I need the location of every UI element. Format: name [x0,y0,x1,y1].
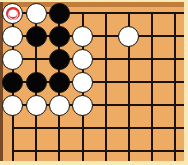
board-point-r4c2[interactable]: ● [25,71,48,94]
grid-line-horizontal [13,150,25,152]
grid-line-vertical [35,48,37,71]
go-board: ○○●○●●○○○●○●●●○○○○○ [1,2,187,162]
grid-line-vertical [35,116,37,139]
grid-line-vertical [174,71,176,94]
board-point-r4c6[interactable] [117,71,140,94]
stone-glyph: ○ [31,99,42,112]
board-point-r7c4[interactable] [71,139,94,162]
black-stone: ● [26,72,47,93]
board-point-r2c6[interactable]: ○ [117,25,140,48]
grid-line-vertical [174,48,176,71]
board-point-r6c5[interactable] [94,116,117,139]
board-point-r3c6[interactable] [117,48,140,71]
board-point-r7c2[interactable] [25,139,48,162]
grid-line-vertical [151,116,153,139]
grid-line-vertical [105,48,107,71]
stone-glyph: ● [54,76,65,89]
stone-glyph: ○ [31,7,42,20]
board-point-r3c1[interactable]: ○ [1,48,24,71]
board-point-r5c6[interactable] [117,94,140,117]
grid-line-vertical [174,116,176,139]
grid-line-vertical [128,94,130,117]
white-stone: ○ [72,49,93,70]
board-point-r5c5[interactable] [94,94,117,117]
stone-glyph: ○ [7,53,18,66]
black-stone: ● [49,26,70,47]
board-point-r2c7[interactable] [141,25,164,48]
grid-line-vertical [82,139,84,162]
grid-line-horizontal [13,127,25,129]
board-point-r3c4[interactable]: ○ [71,48,94,71]
stone-glyph: ○ [123,30,134,43]
board-point-r4c5[interactable] [94,71,117,94]
board-point-r4c1[interactable]: ● [1,71,24,94]
white-stone: ○ [2,3,23,24]
board-point-r6c4[interactable] [71,116,94,139]
grid-line-vertical [58,139,60,162]
grid-line-vertical [105,139,107,162]
grid-line-vertical [174,13,176,24]
black-stone: ● [2,72,23,93]
stone-glyph: ○ [7,30,18,43]
board-outer-margin-right [184,0,188,165]
stone-glyph: ○ [54,99,65,112]
grid-line-vertical [128,139,130,162]
white-stone: ○ [26,95,47,116]
white-stone: ○ [72,26,93,47]
board-point-r6c6[interactable] [117,116,140,139]
grid-line-vertical [151,25,153,48]
grid-line-vertical [105,25,107,48]
board-point-r7c6[interactable] [117,139,140,162]
grid-line-vertical [174,25,176,48]
grid-line-vertical [128,71,130,94]
grid-line-vertical [128,48,130,71]
grid-line-vertical [151,139,153,162]
grid-line-vertical [174,94,176,117]
black-stone: ● [49,72,70,93]
stone-glyph: ● [54,53,65,66]
board-point-r2c1[interactable]: ○ [1,25,24,48]
white-stone: ○ [2,49,23,70]
grid-line-vertical [105,13,107,24]
board-point-r2c2[interactable]: ● [25,25,48,48]
board-point-r5c7[interactable] [141,94,164,117]
grid-line-vertical [82,116,84,139]
board-point-r5c2[interactable]: ○ [25,94,48,117]
stone-glyph: ○ [7,99,18,112]
board-point-r6c1[interactable] [1,116,24,139]
stone-glyph: ○ [77,30,88,43]
stone-glyph: ● [31,76,42,89]
board-point-r7c5[interactable] [94,139,117,162]
board-point-r2c5[interactable] [94,25,117,48]
grid-line-vertical [105,94,107,117]
stone-glyph: ● [54,7,65,20]
black-stone: ● [49,49,70,70]
grid-line-vertical [151,94,153,117]
board-point-r6c7[interactable] [141,116,164,139]
board-point-r3c2[interactable] [25,48,48,71]
board-point-r5c1[interactable]: ○ [1,94,24,117]
board-point-r3c5[interactable] [94,48,117,71]
board-point-r7c7[interactable] [141,139,164,162]
stone-glyph: ● [7,76,18,89]
stone-glyph: ○ [77,99,88,112]
grid-line-vertical [128,116,130,139]
stone-glyph: ○ [7,7,18,20]
white-stone: ○ [2,95,23,116]
stone-glyph: ● [31,30,42,43]
black-stone: ● [26,26,47,47]
stone-glyph: ○ [77,53,88,66]
grid-line-vertical [12,139,14,162]
board-point-r7c1[interactable] [1,139,24,162]
board-point-r3c7[interactable] [141,48,164,71]
grid-line-vertical [151,48,153,71]
board-point-r4c4[interactable]: ○ [71,71,94,94]
grid-line-vertical [12,116,14,139]
board-point-r6c2[interactable] [25,116,48,139]
white-stone: ○ [49,95,70,116]
grid-line-vertical [58,116,60,139]
white-stone: ○ [2,26,23,47]
go-board-diagram: ○○●○●●○○○●○●●●○○○○○ [0,0,188,165]
board-point-r4c3[interactable]: ● [48,71,71,94]
black-stone: ● [49,3,70,24]
stone-glyph: ○ [77,76,88,89]
board-point-r6c3[interactable] [48,116,71,139]
stone-glyph: ● [54,30,65,43]
board-point-r2c3[interactable]: ● [48,25,71,48]
grid-line-vertical [128,13,130,24]
grid-line-vertical [105,71,107,94]
white-stone: ○ [72,72,93,93]
board-point-r3c3[interactable]: ● [48,48,71,71]
grid-line-vertical [151,71,153,94]
board-point-r2c4[interactable]: ○ [71,25,94,48]
grid-line-vertical [35,139,37,162]
board-point-r5c4[interactable]: ○ [71,94,94,117]
grid-line-vertical [151,13,153,24]
grid-line-vertical [82,13,84,24]
grid-line-vertical [105,116,107,139]
board-point-r5c3[interactable]: ○ [48,94,71,117]
white-stone: ○ [26,3,47,24]
grid-line-vertical [174,139,176,162]
board-point-r7c3[interactable] [48,139,71,162]
board-outer-margin-bottom [0,161,188,165]
white-stone: ○ [118,26,139,47]
board-point-r4c7[interactable] [141,71,164,94]
white-stone: ○ [72,95,93,116]
